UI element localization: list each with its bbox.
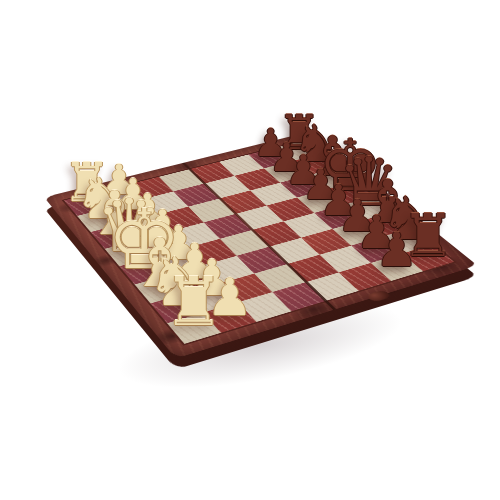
product-photo: ♜♞♝♛♚♝♞♜♟♟♟♟♟♟♟♟♜♞♝♚♛♝♞♜♟♟♟♟♟♟♟♟: [0, 0, 500, 500]
